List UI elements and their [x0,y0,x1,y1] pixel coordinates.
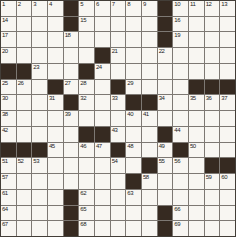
cell-r4c4[interactable] [48,48,63,63]
cell-r3c5[interactable]: 18 [64,32,79,47]
black-cell-r6c15 [220,80,235,95]
clue-number-21: 21 [112,48,118,55]
cell-r4c9[interactable] [126,48,141,63]
black-cell-r10c3 [32,143,47,158]
clue-number-4: 4 [49,1,52,8]
cell-r6c1[interactable]: 25 [1,80,16,95]
clue-number-28: 28 [80,80,86,87]
cell-r13c14[interactable] [205,190,220,205]
cell-r8c7[interactable] [95,111,110,126]
cell-r6c11[interactable] [158,80,173,95]
cell-r14c12[interactable]: 66 [173,206,188,221]
clue-number-14: 14 [2,17,8,24]
clue-number-56: 56 [174,158,180,165]
clue-number-39: 39 [65,111,71,118]
cell-r1c10[interactable]: 9 [142,1,157,16]
cell-r3c6[interactable] [79,32,94,47]
cell-r13c13[interactable] [189,190,204,205]
black-cell-r9c7 [95,127,110,142]
cell-r5c8[interactable] [111,64,126,79]
clue-number-33: 33 [112,95,118,102]
cell-r4c13[interactable] [189,48,204,63]
cell-r6c2[interactable]: 26 [17,80,32,95]
clue-number-16: 16 [174,17,180,24]
cell-r12c1[interactable]: 57 [1,174,16,189]
clue-number-2: 2 [18,1,21,8]
cell-r10c15[interactable] [220,143,235,158]
cell-r14c2[interactable] [17,206,32,221]
cell-r11c1[interactable]: 51 [1,158,16,173]
cell-r8c13[interactable] [189,111,204,126]
cell-r12c15[interactable]: 60 [220,174,235,189]
clue-number-3: 3 [33,1,36,8]
clue-number-19: 19 [174,32,180,39]
black-cell-r6c8 [111,80,126,95]
clue-number-34: 34 [159,95,165,102]
clue-number-29: 29 [127,80,133,87]
black-cell-r5c1 [1,64,16,79]
cell-r7c2[interactable] [17,95,32,110]
clue-number-30: 30 [2,95,8,102]
cell-r4c14[interactable] [205,48,220,63]
cell-r8c14[interactable] [205,111,220,126]
cell-r12c13[interactable] [189,174,204,189]
cell-r12c5[interactable] [64,174,79,189]
cell-r4c3[interactable] [32,48,47,63]
clue-number-49: 49 [159,143,165,150]
cell-r3c14[interactable] [205,32,220,47]
clue-number-11: 11 [190,1,195,8]
cell-r8c1[interactable]: 38 [1,111,16,126]
black-cell-r13c5 [64,190,79,205]
cell-r2c15[interactable] [220,17,235,32]
cell-r4c11[interactable]: 22 [158,48,173,63]
cell-r9c12[interactable]: 44 [173,127,188,142]
cell-r4c6[interactable] [79,48,94,63]
cell-r2c12[interactable]: 16 [173,17,188,32]
cell-r11c9[interactable] [126,158,141,173]
black-cell-r9c11 [158,127,173,142]
cell-r5c4[interactable] [48,64,63,79]
cell-r6c10[interactable] [142,80,157,95]
clue-number-24: 24 [96,64,102,71]
cell-r14c10[interactable] [142,206,157,221]
cell-r10c13[interactable]: 50 [189,143,204,158]
cell-r10c10[interactable] [142,143,157,158]
cell-r13c4[interactable] [48,190,63,205]
cell-r3c10[interactable] [142,32,157,47]
cell-r9c2[interactable] [17,127,32,142]
cell-r8c5[interactable]: 39 [64,111,79,126]
cell-r1c9[interactable]: 8 [126,1,141,16]
cell-r11c6[interactable] [79,158,94,173]
black-cell-r12c9 [126,174,141,189]
cell-r7c11[interactable]: 34 [158,95,173,110]
clue-number-44: 44 [174,127,180,134]
cell-r5c7[interactable]: 24 [95,64,110,79]
cell-r5c15[interactable] [220,64,235,79]
cell-r15c13[interactable] [189,221,204,236]
clue-number-27: 27 [65,80,71,87]
clue-number-46: 46 [80,143,86,150]
black-cell-r9c6 [79,127,94,142]
cell-r6c5[interactable]: 27 [64,80,79,95]
clue-number-8: 8 [127,1,130,8]
cell-r9c3[interactable] [32,127,47,142]
black-cell-r10c1 [1,143,16,158]
cell-r5c3[interactable]: 23 [32,64,47,79]
cell-r2c14[interactable] [205,17,220,32]
cell-r14c6[interactable]: 65 [79,206,94,221]
cell-r8c2[interactable] [17,111,32,126]
cell-r15c3[interactable] [32,221,47,236]
black-cell-r14c5 [64,206,79,221]
black-cell-r10c8 [111,143,126,158]
clue-number-69: 69 [174,221,180,228]
clue-number-67: 67 [2,221,8,228]
cell-r5c12[interactable] [173,64,188,79]
cell-r7c8[interactable]: 33 [111,95,126,110]
cell-r11c4[interactable] [48,158,63,173]
clue-number-22: 22 [159,48,165,55]
cell-r14c14[interactable] [205,206,220,221]
cell-r13c15[interactable] [220,190,235,205]
clue-number-13: 13 [221,1,227,8]
cell-r4c1[interactable]: 20 [1,48,16,63]
cell-r6c9[interactable]: 29 [126,80,141,95]
cell-r15c15[interactable] [220,221,235,236]
cell-r1c4[interactable]: 4 [48,1,63,16]
clue-number-59: 59 [206,174,212,181]
cell-r12c11[interactable] [158,174,173,189]
cell-r4c10[interactable] [142,48,157,63]
clue-number-32: 32 [80,95,86,102]
clue-number-7: 7 [112,1,115,8]
cell-r8c9[interactable]: 40 [126,111,141,126]
cell-r1c15[interactable]: 13 [220,1,235,16]
cell-r15c2[interactable] [17,221,32,236]
cell-r2c3[interactable] [32,17,47,32]
black-cell-r1c11 [158,1,173,16]
cell-r9c8[interactable]: 43 [111,127,126,142]
clue-number-54: 54 [112,158,118,165]
cell-r2c1[interactable]: 14 [1,17,16,32]
black-cell-r14c11 [158,206,173,221]
cell-r10c5[interactable] [64,143,79,158]
cell-r11c5[interactable] [64,158,79,173]
clue-number-52: 52 [18,158,24,165]
black-cell-r1c5 [64,1,79,16]
cell-r13c1[interactable]: 61 [1,190,16,205]
cell-r7c1[interactable]: 30 [1,95,16,110]
clue-number-31: 31 [49,95,55,102]
cell-r12c2[interactable] [17,174,32,189]
cell-r6c3[interactable] [32,80,47,95]
clue-number-17: 17 [2,32,8,39]
cell-r11c8[interactable]: 54 [111,158,126,173]
cell-r14c15[interactable] [220,206,235,221]
cell-r5c10[interactable] [142,64,157,79]
cell-r10c9[interactable]: 48 [126,143,141,158]
cell-r15c4[interactable] [48,221,63,236]
cell-r8c12[interactable] [173,111,188,126]
cell-r8c10[interactable]: 41 [142,111,157,126]
cell-r13c10[interactable] [142,190,157,205]
cell-r12c10[interactable]: 58 [142,174,157,189]
cell-r12c8[interactable] [111,174,126,189]
cell-r1c8[interactable]: 7 [111,1,126,16]
cell-r4c15[interactable] [220,48,235,63]
black-cell-r6c14 [205,80,220,95]
cell-r15c9[interactable] [126,221,141,236]
clue-number-43: 43 [112,127,118,134]
cell-r9c14[interactable] [205,127,220,142]
clue-number-25: 25 [2,80,8,87]
black-cell-r15c11 [158,221,173,236]
clue-number-5: 5 [80,1,83,8]
black-cell-r11c15 [220,158,235,173]
clue-number-63: 63 [127,190,133,197]
black-cell-r7c5 [64,95,79,110]
clue-number-18: 18 [65,32,71,39]
cell-r9c5[interactable] [64,127,79,142]
cell-r15c7[interactable] [95,221,110,236]
clue-number-50: 50 [190,143,196,150]
black-cell-r2c11 [158,17,173,32]
cell-r2c8[interactable] [111,17,126,32]
cell-r7c14[interactable]: 36 [205,95,220,110]
clue-number-57: 57 [2,174,8,181]
black-cell-r7c10 [142,95,157,110]
cell-r15c10[interactable] [142,221,157,236]
clue-number-62: 62 [80,190,86,197]
cell-r8c6[interactable] [79,111,94,126]
cell-r13c7[interactable] [95,190,110,205]
black-cell-r6c13 [189,80,204,95]
cell-r9c1[interactable]: 42 [1,127,16,142]
cell-r3c3[interactable] [32,32,47,47]
clue-number-45: 45 [49,143,55,150]
cell-r1c2[interactable]: 2 [17,1,32,16]
cell-r14c3[interactable] [32,206,47,221]
crossword-grid: 1234567891011121314151617181920212223242… [0,0,236,237]
cell-r14c1[interactable]: 64 [1,206,16,221]
cell-r1c12[interactable]: 10 [173,1,188,16]
clue-number-36: 36 [206,95,212,102]
cell-r11c13[interactable] [189,158,204,173]
cell-r5c14[interactable] [205,64,220,79]
cell-r3c7[interactable] [95,32,110,47]
clue-number-64: 64 [2,206,8,213]
cell-r9c4[interactable] [48,127,63,142]
clue-number-6: 6 [96,1,99,8]
black-cell-r6c4 [48,80,63,95]
cell-r3c9[interactable] [126,32,141,47]
cell-r3c2[interactable] [17,32,32,47]
cell-r7c6[interactable]: 32 [79,95,94,110]
cell-r4c8[interactable]: 21 [111,48,126,63]
cell-r11c3[interactable]: 53 [32,158,47,173]
cell-r1c6[interactable]: 5 [79,1,94,16]
cell-r12c12[interactable] [173,174,188,189]
black-cell-r3c11 [158,32,173,47]
cell-r3c1[interactable]: 17 [1,32,16,47]
cell-r11c2[interactable]: 52 [17,158,32,173]
clue-number-1: 1 [2,1,5,8]
clue-number-55: 55 [159,158,165,165]
cell-r3c15[interactable] [220,32,235,47]
cell-r2c4[interactable] [48,17,63,32]
clue-number-37: 37 [221,95,227,102]
cell-r2c9[interactable] [126,17,141,32]
cell-r10c4[interactable]: 45 [48,143,63,158]
cell-r12c7[interactable] [95,174,110,189]
cell-r2c6[interactable]: 15 [79,17,94,32]
cell-r15c14[interactable] [205,221,220,236]
cell-r8c4[interactable] [48,111,63,126]
clue-number-26: 26 [18,80,24,87]
black-cell-r7c9 [126,95,141,110]
cell-r4c12[interactable] [173,48,188,63]
cell-r13c12[interactable] [173,190,188,205]
cell-r1c7[interactable]: 6 [95,1,110,16]
cell-r4c2[interactable] [17,48,32,63]
clue-number-51: 51 [2,158,8,165]
black-cell-r11c14 [205,158,220,173]
cell-r9c13[interactable] [189,127,204,142]
black-cell-r15c5 [64,221,79,236]
cell-r7c4[interactable]: 31 [48,95,63,110]
cell-r6c6[interactable]: 28 [79,80,94,95]
clue-number-58: 58 [143,174,149,181]
cell-r5c5[interactable] [64,64,79,79]
cell-r2c7[interactable] [95,17,110,32]
cell-r5c13[interactable] [189,64,204,79]
cell-r9c15[interactable] [220,127,235,142]
clue-number-38: 38 [2,111,8,118]
cell-r7c12[interactable] [173,95,188,110]
cell-r1c14[interactable]: 12 [205,1,220,16]
cell-r8c8[interactable] [111,111,126,126]
cell-r11c12[interactable]: 56 [173,158,188,173]
cell-r8c11[interactable] [158,111,173,126]
cell-r11c7[interactable] [95,158,110,173]
cell-r13c2[interactable] [17,190,32,205]
cell-r13c8[interactable] [111,190,126,205]
cell-r12c6[interactable] [79,174,94,189]
clue-number-9: 9 [143,1,146,8]
black-cell-r2c5 [64,17,79,32]
cell-r14c13[interactable] [189,206,204,221]
cell-r7c7[interactable] [95,95,110,110]
clue-number-23: 23 [33,64,39,71]
black-cell-r5c2 [17,64,32,79]
cell-r3c4[interactable] [48,32,63,47]
cell-r6c12[interactable] [173,80,188,95]
black-cell-r4c7 [95,48,110,63]
cell-r7c3[interactable] [32,95,47,110]
clue-number-40: 40 [127,111,133,118]
cell-r2c13[interactable] [189,17,204,32]
cell-r3c8[interactable] [111,32,126,47]
cell-r9c10[interactable] [142,127,157,142]
cell-r12c3[interactable] [32,174,47,189]
cell-r10c7[interactable]: 47 [95,143,110,158]
cell-r4c5[interactable] [64,48,79,63]
cell-r9c9[interactable] [126,127,141,142]
clue-number-15: 15 [80,17,86,24]
clue-number-47: 47 [96,143,102,150]
cell-r15c1[interactable]: 67 [1,221,16,236]
cell-r3c12[interactable]: 19 [173,32,188,47]
clue-number-12: 12 [206,1,212,8]
cell-r10c6[interactable]: 46 [79,143,94,158]
cell-r10c11[interactable]: 49 [158,143,173,158]
cell-r14c7[interactable] [95,206,110,221]
clue-number-61: 61 [2,190,8,197]
clue-number-53: 53 [33,158,39,165]
cell-r1c3[interactable]: 3 [32,1,47,16]
clue-number-41: 41 [143,111,149,118]
cell-r10c14[interactable] [205,143,220,158]
cell-r2c2[interactable] [17,17,32,32]
cell-r14c9[interactable] [126,206,141,221]
cell-r13c9[interactable]: 63 [126,190,141,205]
clue-number-42: 42 [2,127,8,134]
black-cell-r5c6 [79,64,94,79]
cell-r1c1[interactable]: 1 [1,1,16,16]
black-cell-r10c12 [173,143,188,158]
cell-r14c4[interactable] [48,206,63,221]
cell-r5c11[interactable] [158,64,173,79]
cell-r13c11[interactable] [158,190,173,205]
cell-r7c13[interactable]: 35 [189,95,204,110]
cell-r12c14[interactable]: 59 [205,174,220,189]
cell-r8c3[interactable] [32,111,47,126]
cell-r13c6[interactable]: 62 [79,190,94,205]
clue-number-48: 48 [127,143,133,150]
cell-r15c6[interactable]: 68 [79,221,94,236]
cell-r14c8[interactable] [111,206,126,221]
cell-r6c7[interactable] [95,80,110,95]
cell-r15c8[interactable] [111,221,126,236]
clue-number-20: 20 [2,48,8,55]
cell-r7c15[interactable]: 37 [220,95,235,110]
clue-number-68: 68 [80,221,86,228]
cell-r1c13[interactable]: 11 [189,1,204,16]
clue-number-10: 10 [174,1,180,8]
cell-r5c9[interactable] [126,64,141,79]
cell-r12c4[interactable] [48,174,63,189]
cell-r13c3[interactable] [32,190,47,205]
cell-r3c13[interactable] [189,32,204,47]
clue-number-66: 66 [174,206,180,213]
black-cell-r10c2 [17,143,32,158]
cell-r15c12[interactable]: 69 [173,221,188,236]
clue-number-65: 65 [80,206,86,213]
clue-number-35: 35 [190,95,196,102]
cell-r2c10[interactable] [142,17,157,32]
clue-number-60: 60 [221,174,227,181]
cell-r8c15[interactable] [220,111,235,126]
cell-r11c11[interactable]: 55 [158,158,173,173]
black-cell-r11c10 [142,158,157,173]
